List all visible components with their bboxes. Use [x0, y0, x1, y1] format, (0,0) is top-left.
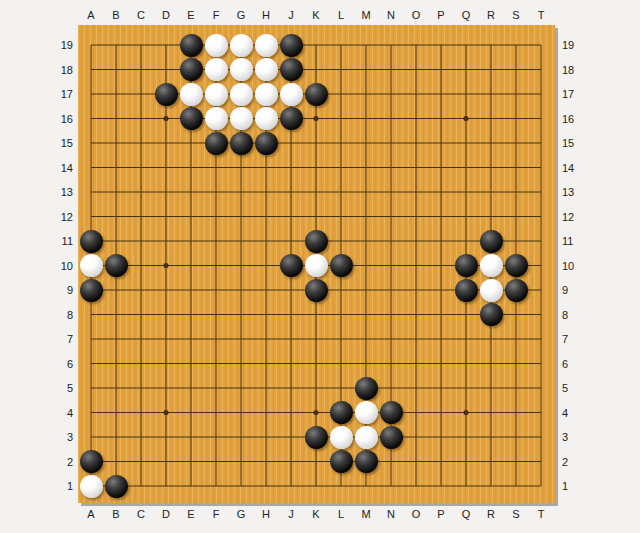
column-label-bottom: R — [480, 507, 502, 521]
star-point — [163, 263, 168, 268]
column-label-bottom: B — [105, 507, 127, 521]
row-label-left: 12 — [51, 210, 73, 224]
row-label-left: 13 — [51, 185, 73, 199]
white-stone — [305, 254, 328, 277]
white-stone — [480, 279, 503, 302]
row-label-right: 15 — [562, 136, 584, 150]
column-label-bottom: G — [230, 507, 252, 521]
black-stone — [305, 230, 328, 253]
black-stone — [80, 450, 103, 473]
row-label-left: 11 — [51, 234, 73, 248]
row-label-right: 5 — [562, 381, 584, 395]
row-label-left: 8 — [51, 308, 73, 322]
white-stone — [205, 58, 228, 81]
white-stone — [205, 34, 228, 57]
white-stone — [480, 254, 503, 277]
row-label-right: 19 — [562, 38, 584, 52]
star-point — [463, 116, 468, 121]
star-point — [313, 116, 318, 121]
column-label-bottom: L — [330, 507, 352, 521]
row-label-right: 18 — [562, 63, 584, 77]
white-stone — [230, 83, 253, 106]
column-label-bottom: E — [180, 507, 202, 521]
black-stone — [255, 132, 278, 155]
column-label-top: D — [155, 8, 177, 22]
white-stone — [205, 107, 228, 130]
row-label-right: 13 — [562, 185, 584, 199]
column-label-top: N — [380, 8, 402, 22]
white-stone — [280, 83, 303, 106]
star-point — [163, 410, 168, 415]
column-label-bottom: O — [405, 507, 427, 521]
row-label-left: 3 — [51, 430, 73, 444]
column-label-bottom: D — [155, 507, 177, 521]
black-stone — [305, 426, 328, 449]
row-label-right: 4 — [562, 406, 584, 420]
star-point — [313, 410, 318, 415]
row-label-left: 17 — [51, 87, 73, 101]
row-label-left: 6 — [51, 357, 73, 371]
white-stone — [230, 58, 253, 81]
column-label-top: P — [430, 8, 452, 22]
row-label-right: 8 — [562, 308, 584, 322]
black-stone — [280, 58, 303, 81]
row-label-right: 17 — [562, 87, 584, 101]
white-stone — [230, 107, 253, 130]
column-label-top: T — [530, 8, 552, 22]
row-label-right: 14 — [562, 161, 584, 175]
row-label-right: 1 — [562, 479, 584, 493]
column-label-top: S — [505, 8, 527, 22]
black-stone — [330, 450, 353, 473]
black-stone — [230, 132, 253, 155]
black-stone — [330, 254, 353, 277]
black-stone — [355, 450, 378, 473]
white-stone — [80, 254, 103, 277]
black-stone — [480, 230, 503, 253]
row-label-left: 2 — [51, 455, 73, 469]
row-label-left: 7 — [51, 332, 73, 346]
column-label-bottom: N — [380, 507, 402, 521]
black-stone — [280, 34, 303, 57]
column-label-bottom: A — [80, 507, 102, 521]
star-point — [163, 116, 168, 121]
row-label-left: 16 — [51, 112, 73, 126]
black-stone — [80, 279, 103, 302]
column-label-bottom: S — [505, 507, 527, 521]
row-label-left: 1 — [51, 479, 73, 493]
row-label-right: 16 — [562, 112, 584, 126]
column-label-top: M — [355, 8, 377, 22]
black-stone — [505, 279, 528, 302]
column-label-bottom: F — [205, 507, 227, 521]
row-label-left: 9 — [51, 283, 73, 297]
black-stone — [180, 58, 203, 81]
black-stone — [80, 230, 103, 253]
column-label-bottom: Q — [455, 507, 477, 521]
black-stone — [180, 34, 203, 57]
column-label-top: A — [80, 8, 102, 22]
star-point — [463, 410, 468, 415]
row-label-left: 5 — [51, 381, 73, 395]
row-label-right: 9 — [562, 283, 584, 297]
black-stone — [280, 107, 303, 130]
black-stone — [380, 426, 403, 449]
column-label-bottom: J — [280, 507, 302, 521]
white-stone — [355, 401, 378, 424]
column-label-top: R — [480, 8, 502, 22]
white-stone — [330, 426, 353, 449]
column-label-top: F — [205, 8, 227, 22]
white-stone — [255, 34, 278, 57]
row-label-left: 4 — [51, 406, 73, 420]
column-label-top: L — [330, 8, 352, 22]
column-label-top: C — [130, 8, 152, 22]
column-label-top: K — [305, 8, 327, 22]
black-stone — [180, 107, 203, 130]
black-stone — [305, 83, 328, 106]
column-label-bottom: M — [355, 507, 377, 521]
black-stone — [105, 475, 128, 498]
column-label-top: G — [230, 8, 252, 22]
row-label-right: 7 — [562, 332, 584, 346]
go-board-diagram: AABBCCDDEEFFGGHHJJKKLLMMNNOOPPQQRRSSTT19… — [0, 0, 640, 533]
row-label-left: 15 — [51, 136, 73, 150]
row-label-right: 12 — [562, 210, 584, 224]
row-label-right: 10 — [562, 259, 584, 273]
white-stone — [255, 58, 278, 81]
row-label-left: 10 — [51, 259, 73, 273]
row-label-right: 11 — [562, 234, 584, 248]
row-label-right: 2 — [562, 455, 584, 469]
black-stone — [380, 401, 403, 424]
column-label-bottom: P — [430, 507, 452, 521]
black-stone — [455, 279, 478, 302]
column-label-bottom: T — [530, 507, 552, 521]
white-stone — [355, 426, 378, 449]
row-label-left: 19 — [51, 38, 73, 52]
white-stone — [80, 475, 103, 498]
white-stone — [205, 83, 228, 106]
white-stone — [180, 83, 203, 106]
black-stone — [480, 303, 503, 326]
black-stone — [505, 254, 528, 277]
black-stone — [205, 132, 228, 155]
black-stone — [330, 401, 353, 424]
go-board — [78, 25, 555, 503]
column-label-top: E — [180, 8, 202, 22]
black-stone — [305, 279, 328, 302]
black-stone — [105, 254, 128, 277]
column-label-top: O — [405, 8, 427, 22]
black-stone — [280, 254, 303, 277]
column-label-bottom: H — [255, 507, 277, 521]
black-stone — [455, 254, 478, 277]
row-label-left: 18 — [51, 63, 73, 77]
row-label-right: 3 — [562, 430, 584, 444]
column-label-top: Q — [455, 8, 477, 22]
column-label-top: J — [280, 8, 302, 22]
column-label-bottom: K — [305, 507, 327, 521]
white-stone — [255, 83, 278, 106]
column-label-top: H — [255, 8, 277, 22]
column-label-bottom: C — [130, 507, 152, 521]
row-label-left: 14 — [51, 161, 73, 175]
black-stone — [155, 83, 178, 106]
black-stone — [355, 377, 378, 400]
row-label-right: 6 — [562, 357, 584, 371]
white-stone — [255, 107, 278, 130]
white-stone — [230, 34, 253, 57]
column-label-top: B — [105, 8, 127, 22]
